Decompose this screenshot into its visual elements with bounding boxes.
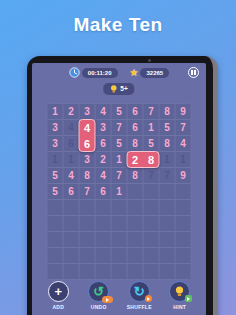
cell-r10c2 xyxy=(64,248,79,263)
cell-r2c2[interactable]: 4 xyxy=(64,120,79,135)
cell-r11c3 xyxy=(80,264,95,279)
cell-r10c8 xyxy=(160,248,175,263)
cell-r3c1[interactable]: 3 xyxy=(48,136,63,151)
cell-r3c6[interactable]: 8 xyxy=(128,136,143,151)
tablet-device: 00:11:20 ★ 32265 5+ 12345678934437615736… xyxy=(27,56,218,315)
cell-r1c1[interactable]: 1 xyxy=(48,104,63,119)
cell-r4c9[interactable]: 1 xyxy=(176,152,191,167)
clock-icon xyxy=(69,67,80,78)
bulb-icon xyxy=(110,85,117,93)
cell-r7c1 xyxy=(48,200,63,215)
cell-r3c8[interactable]: 8 xyxy=(160,136,175,151)
cell-r7c7 xyxy=(144,200,159,215)
cell-r1c5[interactable]: 5 xyxy=(112,104,127,119)
cell-r5c2[interactable]: 4 xyxy=(64,168,79,183)
hint-button[interactable]: HINT xyxy=(161,281,199,310)
cell-r11c8 xyxy=(160,264,175,279)
cell-r1c4[interactable]: 4 xyxy=(96,104,111,119)
cell-r6c9 xyxy=(176,184,191,199)
hud-bar: 00:11:20 ★ 32265 xyxy=(32,66,206,79)
toolbar: + ADD ↺ UNDO ↻ SHUFFLE xyxy=(32,281,206,310)
cell-r6c1[interactable]: 5 xyxy=(48,184,63,199)
cell-r4c8[interactable]: 1 xyxy=(160,152,175,167)
cell-r11c7 xyxy=(144,264,159,279)
star-icon: ★ xyxy=(130,68,139,78)
cell-r11c5 xyxy=(112,264,127,279)
pause-bar xyxy=(194,70,196,75)
cell-r11c2 xyxy=(64,264,79,279)
cell-r4c5[interactable]: 1 xyxy=(112,152,127,167)
cell-r2c8[interactable]: 5 xyxy=(160,120,175,135)
cell-r9c8 xyxy=(160,232,175,247)
cell-r10c4 xyxy=(96,248,111,263)
hint-button-circle xyxy=(169,281,190,302)
cell-r1c7[interactable]: 7 xyxy=(144,104,159,119)
cell-r4c2[interactable]: 1 xyxy=(64,152,79,167)
cell-r7c4 xyxy=(96,200,111,215)
cell-r3c5[interactable]: 5 xyxy=(112,136,127,151)
cell-r9c6 xyxy=(128,232,143,247)
cell-r4c3[interactable]: 3 xyxy=(80,152,95,167)
cell-r10c6 xyxy=(128,248,143,263)
cell-r11c4 xyxy=(96,264,111,279)
add-button-circle: + xyxy=(48,281,69,302)
cell-r4c7[interactable]: 8 xyxy=(144,152,159,167)
ad-badge xyxy=(145,295,152,302)
cell-r4c4[interactable]: 2 xyxy=(96,152,111,167)
cell-r8c4 xyxy=(96,216,111,231)
shuffle-button-circle: ↻ xyxy=(129,281,150,302)
cell-r6c4[interactable]: 6 xyxy=(96,184,111,199)
cell-r5c4[interactable]: 4 xyxy=(96,168,111,183)
cell-r6c5[interactable]: 1 xyxy=(112,184,127,199)
cell-r7c6 xyxy=(128,200,143,215)
cell-r4c6[interactable]: 2 xyxy=(128,152,143,167)
play-icon xyxy=(106,298,109,302)
cell-r8c6 xyxy=(128,216,143,231)
page-title: Make Ten xyxy=(0,14,236,36)
cell-r6c2[interactable]: 6 xyxy=(64,184,79,199)
lightbulb-icon xyxy=(175,286,184,297)
cell-r1c2[interactable]: 2 xyxy=(64,104,79,119)
cell-r8c2 xyxy=(64,216,79,231)
cell-r8c8 xyxy=(160,216,175,231)
cell-r2c9[interactable]: 7 xyxy=(176,120,191,135)
cell-r2c7[interactable]: 1 xyxy=(144,120,159,135)
cell-r9c4 xyxy=(96,232,111,247)
cell-r3c3[interactable]: 6 xyxy=(80,136,95,151)
time-display: 00:11:20 xyxy=(82,68,118,78)
shuffle-button-label: SHUFFLE xyxy=(127,304,152,310)
cell-r4c1[interactable]: 1 xyxy=(48,152,63,167)
cell-r3c7[interactable]: 5 xyxy=(144,136,159,151)
cell-r9c5 xyxy=(112,232,127,247)
cell-r10c1 xyxy=(48,248,63,263)
cell-r11c9 xyxy=(176,264,191,279)
board: 1234567893443761573666585841132128115484… xyxy=(47,103,192,280)
board-grid: 1234567893443761573666585841132128115484… xyxy=(48,104,191,279)
cell-r10c3 xyxy=(80,248,95,263)
game-screen: 00:11:20 ★ 32265 5+ 12345678934437615736… xyxy=(32,63,206,315)
goal-value: 5+ xyxy=(120,86,127,93)
cell-r2c3[interactable]: 4 xyxy=(80,120,95,135)
undo-button[interactable]: ↺ UNDO xyxy=(80,281,118,310)
add-button-label: ADD xyxy=(52,304,64,310)
play-icon xyxy=(187,297,190,301)
cell-r10c9 xyxy=(176,248,191,263)
cell-r10c5 xyxy=(112,248,127,263)
hint-button-label: HINT xyxy=(173,304,186,310)
score-display: 32265 xyxy=(140,68,169,78)
cell-r7c8 xyxy=(160,200,175,215)
pause-button[interactable] xyxy=(188,67,199,78)
cell-r2c6[interactable]: 6 xyxy=(128,120,143,135)
cell-r3c9[interactable]: 4 xyxy=(176,136,191,151)
cell-r6c3[interactable]: 7 xyxy=(80,184,95,199)
shuffle-button[interactable]: ↻ SHUFFLE xyxy=(120,281,158,310)
cell-r7c9 xyxy=(176,200,191,215)
cell-r10c7 xyxy=(144,248,159,263)
cell-r2c1[interactable]: 3 xyxy=(48,120,63,135)
cell-r3c2[interactable]: 6 xyxy=(64,136,79,151)
cell-r5c5[interactable]: 7 xyxy=(112,168,127,183)
cell-r9c3 xyxy=(80,232,95,247)
undo-button-label: UNDO xyxy=(91,304,107,310)
time-group: 00:11:20 xyxy=(69,67,118,78)
cell-r5c8[interactable]: 7 xyxy=(160,168,175,183)
cell-r8c7 xyxy=(144,216,159,231)
cell-r6c8 xyxy=(160,184,175,199)
cell-r5c3[interactable]: 8 xyxy=(80,168,95,183)
cell-r7c3 xyxy=(80,200,95,215)
cell-r6c6 xyxy=(128,184,143,199)
cell-r5c9[interactable]: 9 xyxy=(176,168,191,183)
cell-r9c2 xyxy=(64,232,79,247)
cell-r9c9 xyxy=(176,232,191,247)
cell-r3c4[interactable]: 6 xyxy=(96,136,111,151)
cell-r1c3[interactable]: 3 xyxy=(80,104,95,119)
cell-r8c5 xyxy=(112,216,127,231)
cell-r1c6[interactable]: 6 xyxy=(128,104,143,119)
play-icon xyxy=(147,297,150,301)
add-button[interactable]: + ADD xyxy=(39,281,77,310)
cell-r8c9 xyxy=(176,216,191,231)
ad-badge xyxy=(102,296,113,303)
plus-icon: + xyxy=(54,285,62,298)
cell-r5c6[interactable]: 8 xyxy=(128,168,143,183)
cell-r5c1[interactable]: 5 xyxy=(48,168,63,183)
cell-r1c9[interactable]: 9 xyxy=(176,104,191,119)
cell-r9c1 xyxy=(48,232,63,247)
score-group: ★ 32265 xyxy=(130,68,170,78)
cell-r9c7 xyxy=(144,232,159,247)
ad-badge xyxy=(185,295,192,302)
pause-bar xyxy=(191,70,193,75)
cell-r11c6 xyxy=(128,264,143,279)
cell-r11c1 xyxy=(48,264,63,279)
cell-r6c7 xyxy=(144,184,159,199)
shuffle-icon: ↻ xyxy=(134,285,145,298)
front-camera-dot xyxy=(148,59,151,62)
cell-r2c5[interactable]: 7 xyxy=(112,120,127,135)
cell-r2c4[interactable]: 3 xyxy=(96,120,111,135)
cell-r5c7[interactable]: 7 xyxy=(144,168,159,183)
cell-r8c3 xyxy=(80,216,95,231)
undo-button-circle: ↺ xyxy=(88,281,109,302)
page: Make Ten 00:11:20 ★ 32265 xyxy=(0,0,236,315)
cell-r1c8[interactable]: 8 xyxy=(160,104,175,119)
goal-pill: 5+ xyxy=(103,83,134,95)
cell-r8c1 xyxy=(48,216,63,231)
cell-r7c5 xyxy=(112,200,127,215)
cell-r7c2 xyxy=(64,200,79,215)
